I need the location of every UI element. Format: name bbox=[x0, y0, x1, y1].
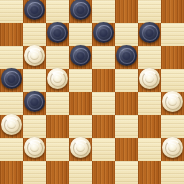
black-man[interactable] bbox=[24, 0, 45, 20]
checkers-board bbox=[0, 0, 184, 184]
square-r0c4 bbox=[92, 0, 115, 23]
square-r3c4[interactable] bbox=[92, 69, 115, 92]
white-man[interactable] bbox=[47, 68, 68, 89]
square-r5c6[interactable] bbox=[138, 115, 161, 138]
square-r2c7[interactable] bbox=[161, 46, 184, 69]
square-r4c2 bbox=[46, 92, 69, 115]
square-r5c1 bbox=[23, 115, 46, 138]
square-r3c6[interactable] bbox=[138, 69, 161, 92]
square-r0c6 bbox=[138, 0, 161, 23]
black-man[interactable] bbox=[93, 22, 114, 43]
square-r0c5[interactable] bbox=[115, 0, 138, 23]
square-r6c0 bbox=[0, 138, 23, 161]
black-man[interactable] bbox=[24, 91, 45, 112]
square-r6c6 bbox=[138, 138, 161, 161]
square-r3c3 bbox=[69, 69, 92, 92]
square-r6c5[interactable] bbox=[115, 138, 138, 161]
square-r5c3 bbox=[69, 115, 92, 138]
square-r3c5 bbox=[115, 69, 138, 92]
square-r7c7 bbox=[161, 161, 184, 184]
square-r6c3[interactable] bbox=[69, 138, 92, 161]
square-r6c1[interactable] bbox=[23, 138, 46, 161]
square-r7c6[interactable] bbox=[138, 161, 161, 184]
square-r7c2[interactable] bbox=[46, 161, 69, 184]
square-r0c2 bbox=[46, 0, 69, 23]
square-r7c4[interactable] bbox=[92, 161, 115, 184]
square-r7c1 bbox=[23, 161, 46, 184]
square-r6c4 bbox=[92, 138, 115, 161]
white-man[interactable] bbox=[24, 45, 45, 66]
square-r5c0[interactable] bbox=[0, 115, 23, 138]
square-r1c6[interactable] bbox=[138, 23, 161, 46]
square-r2c1[interactable] bbox=[23, 46, 46, 69]
square-r4c7[interactable] bbox=[161, 92, 184, 115]
square-r1c7 bbox=[161, 23, 184, 46]
square-r2c5[interactable] bbox=[115, 46, 138, 69]
square-r1c5 bbox=[115, 23, 138, 46]
square-r2c3[interactable] bbox=[69, 46, 92, 69]
square-r3c0[interactable] bbox=[0, 69, 23, 92]
square-r7c0[interactable] bbox=[0, 161, 23, 184]
square-r7c5 bbox=[115, 161, 138, 184]
white-man[interactable] bbox=[24, 137, 45, 158]
square-r4c5[interactable] bbox=[115, 92, 138, 115]
square-r0c3[interactable] bbox=[69, 0, 92, 23]
white-man[interactable] bbox=[1, 114, 22, 135]
square-r1c3 bbox=[69, 23, 92, 46]
white-man[interactable] bbox=[70, 137, 91, 158]
square-r4c1[interactable] bbox=[23, 92, 46, 115]
black-man[interactable] bbox=[116, 45, 137, 66]
square-r5c5 bbox=[115, 115, 138, 138]
square-r1c0[interactable] bbox=[0, 23, 23, 46]
square-r2c0 bbox=[0, 46, 23, 69]
square-r4c6 bbox=[138, 92, 161, 115]
square-r2c2 bbox=[46, 46, 69, 69]
black-man[interactable] bbox=[70, 45, 91, 66]
square-r4c4 bbox=[92, 92, 115, 115]
square-r6c7[interactable] bbox=[161, 138, 184, 161]
square-r5c2[interactable] bbox=[46, 115, 69, 138]
square-r4c0 bbox=[0, 92, 23, 115]
black-man[interactable] bbox=[70, 0, 91, 20]
black-man[interactable] bbox=[47, 22, 68, 43]
square-r2c6 bbox=[138, 46, 161, 69]
square-r6c2 bbox=[46, 138, 69, 161]
white-man[interactable] bbox=[162, 137, 183, 158]
black-man[interactable] bbox=[1, 68, 22, 89]
square-r2c4 bbox=[92, 46, 115, 69]
white-man[interactable] bbox=[162, 91, 183, 112]
square-r0c7[interactable] bbox=[161, 0, 184, 23]
square-r3c2[interactable] bbox=[46, 69, 69, 92]
square-r1c2[interactable] bbox=[46, 23, 69, 46]
square-r1c1 bbox=[23, 23, 46, 46]
square-r0c1[interactable] bbox=[23, 0, 46, 23]
square-r1c4[interactable] bbox=[92, 23, 115, 46]
black-man[interactable] bbox=[139, 22, 160, 43]
white-man[interactable] bbox=[139, 68, 160, 89]
square-r4c3[interactable] bbox=[69, 92, 92, 115]
square-r3c7 bbox=[161, 69, 184, 92]
square-r5c7 bbox=[161, 115, 184, 138]
square-r5c4[interactable] bbox=[92, 115, 115, 138]
square-r0c0 bbox=[0, 0, 23, 23]
square-r7c3 bbox=[69, 161, 92, 184]
square-r3c1 bbox=[23, 69, 46, 92]
